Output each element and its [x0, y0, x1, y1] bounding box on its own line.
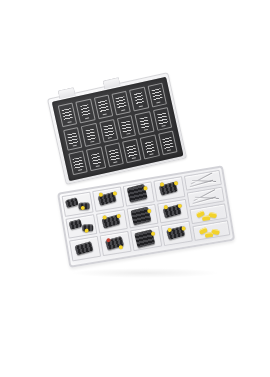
seal-dot — [84, 228, 89, 233]
seal-dot — [80, 206, 85, 211]
connector-item — [69, 219, 83, 230]
seal-dot — [167, 227, 172, 232]
tray-compartment — [96, 209, 128, 234]
tray-compartment — [123, 181, 155, 206]
label-cell — [81, 123, 101, 147]
seal-dot — [118, 245, 123, 250]
label-cell — [104, 143, 124, 167]
label-cell — [147, 83, 167, 107]
seal-dot — [174, 181, 179, 186]
case-lid — [47, 72, 187, 185]
seal-dot — [177, 204, 182, 209]
seal-dot — [181, 226, 186, 231]
seal-item — [202, 215, 210, 221]
seal-dot — [116, 214, 121, 219]
label-cell — [99, 119, 119, 143]
label-cell — [158, 131, 178, 155]
label-cell — [129, 87, 149, 111]
product-photo — [0, 0, 270, 377]
seal-dot — [143, 186, 148, 191]
connector-item — [65, 197, 79, 208]
seal-dot — [147, 209, 152, 214]
tray-compartment — [62, 191, 94, 216]
label-cell — [68, 151, 88, 175]
label-cell — [63, 127, 83, 151]
label-cell — [117, 115, 137, 139]
seal-dot — [151, 231, 156, 236]
tray-compartment — [157, 198, 189, 223]
drop-shadow — [70, 268, 220, 278]
label-cell — [135, 111, 155, 135]
label-cell — [140, 135, 160, 159]
tray-compartment — [92, 186, 124, 211]
seal-item — [204, 232, 212, 238]
label-cell — [58, 103, 78, 127]
label-cell — [111, 91, 131, 115]
label-cell — [122, 139, 142, 163]
label-cell — [94, 95, 114, 119]
tray-compartment — [65, 214, 97, 239]
label-cell — [86, 147, 106, 171]
tray-compartment — [127, 204, 159, 229]
tray-compartments — [62, 170, 231, 262]
seal-dot — [106, 237, 111, 242]
connector-item — [75, 242, 94, 256]
label-cell — [153, 107, 173, 131]
label-cell — [76, 99, 96, 123]
seal-dot — [113, 192, 118, 197]
tray-compartment — [153, 176, 185, 201]
